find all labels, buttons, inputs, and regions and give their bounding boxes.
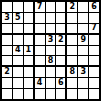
cell-r4c2-empty[interactable] — [13, 35, 23, 45]
cell-r6c9-empty[interactable] — [89, 56, 99, 66]
cell-r9c4-empty[interactable] — [35, 89, 45, 99]
cell-r5c7-empty[interactable] — [67, 46, 77, 56]
cell-r5c6-empty[interactable] — [56, 46, 66, 56]
cell-r8c7-empty[interactable] — [67, 78, 77, 88]
cell-r4c7-empty[interactable] — [67, 35, 77, 45]
cell-r3c5-empty[interactable] — [46, 24, 56, 34]
cell-r6c8-empty[interactable] — [78, 56, 88, 66]
cell-r8c1-empty[interactable] — [2, 78, 12, 88]
cell-r5c3-given: 1 — [24, 46, 34, 56]
cell-r2c3-empty[interactable] — [24, 13, 34, 23]
cell-r5c2-given: 4 — [13, 46, 23, 56]
cell-r7c9-empty[interactable] — [89, 67, 99, 77]
cell-r3c3-empty[interactable] — [24, 24, 34, 34]
cell-r2c7-empty[interactable] — [67, 13, 77, 23]
cell-r8c9-empty[interactable] — [89, 78, 99, 88]
cell-r9c7-empty[interactable] — [67, 89, 77, 99]
cell-r5c1-empty[interactable] — [2, 46, 12, 56]
cell-r1c8-empty[interactable] — [78, 2, 88, 12]
cell-r2c4-empty[interactable] — [35, 13, 45, 23]
cell-r2c6-empty[interactable] — [56, 13, 66, 23]
cell-r3c2-empty[interactable] — [13, 24, 23, 34]
cell-r7c1-given: 2 — [2, 67, 12, 77]
cell-r6c3-empty[interactable] — [24, 56, 34, 66]
cell-r6c1-empty[interactable] — [2, 56, 12, 66]
cell-r5c5-empty[interactable] — [46, 46, 56, 56]
cell-r5c4-empty[interactable] — [35, 46, 45, 56]
cell-r6c5-given: 8 — [46, 56, 56, 66]
cell-r6c4-empty[interactable] — [35, 56, 45, 66]
cell-r3c9-given: 7 — [89, 24, 99, 34]
cell-r5c8-empty[interactable] — [78, 46, 88, 56]
cell-r7c8-given: 3 — [78, 67, 88, 77]
cell-r4c4-empty[interactable] — [35, 35, 45, 45]
cell-r8c5-empty[interactable] — [46, 78, 56, 88]
cell-r4c3-empty[interactable] — [24, 35, 34, 45]
cell-r5c9-empty[interactable] — [89, 46, 99, 56]
cell-r7c3-empty[interactable] — [24, 67, 34, 77]
cell-r1c2-empty[interactable] — [13, 2, 23, 12]
cell-r3c4-empty[interactable] — [35, 24, 45, 34]
cell-r3c1-empty[interactable] — [2, 24, 12, 34]
cell-r1c6-empty[interactable] — [56, 2, 66, 12]
cell-r1c5-empty[interactable] — [46, 2, 56, 12]
cell-r1c7-given: 2 — [67, 2, 77, 12]
cell-r9c1-empty[interactable] — [2, 89, 12, 99]
sudoku-board: 72635732941828346 — [0, 0, 101, 101]
cell-r3c7-empty[interactable] — [67, 24, 77, 34]
cell-r4c8-given: 9 — [78, 35, 88, 45]
cell-r4c5-given: 3 — [46, 35, 56, 45]
cell-r2c2-given: 5 — [13, 13, 23, 23]
cell-r2c1-given: 3 — [2, 13, 12, 23]
cell-r7c4-empty[interactable] — [35, 67, 45, 77]
cell-r9c3-empty[interactable] — [24, 89, 34, 99]
cell-r4c1-empty[interactable] — [2, 35, 12, 45]
cell-r2c8-empty[interactable] — [78, 13, 88, 23]
cell-r3c8-empty[interactable] — [78, 24, 88, 34]
cell-r6c6-empty[interactable] — [56, 56, 66, 66]
cell-r8c3-empty[interactable] — [24, 78, 34, 88]
cell-r1c9-given: 6 — [89, 2, 99, 12]
cell-r6c7-empty[interactable] — [67, 56, 77, 66]
cell-r9c5-empty[interactable] — [46, 89, 56, 99]
cell-r3c6-empty[interactable] — [56, 24, 66, 34]
cell-r1c3-empty[interactable] — [24, 2, 34, 12]
cell-r9c6-empty[interactable] — [56, 89, 66, 99]
cell-r1c1-empty[interactable] — [2, 2, 12, 12]
cell-r9c2-empty[interactable] — [13, 89, 23, 99]
cell-r7c5-empty[interactable] — [46, 67, 56, 77]
cell-r9c9-empty[interactable] — [89, 89, 99, 99]
cell-r8c8-empty[interactable] — [78, 78, 88, 88]
cell-r6c2-empty[interactable] — [13, 56, 23, 66]
cell-r8c6-given: 6 — [56, 78, 66, 88]
cell-r7c6-empty[interactable] — [56, 67, 66, 77]
cell-r1c4-given: 7 — [35, 2, 45, 12]
cell-r4c9-empty[interactable] — [89, 35, 99, 45]
cell-r4c6-given: 2 — [56, 35, 66, 45]
cell-r2c9-empty[interactable] — [89, 13, 99, 23]
cell-r7c7-given: 8 — [67, 67, 77, 77]
cell-r8c2-empty[interactable] — [13, 78, 23, 88]
cell-r9c8-empty[interactable] — [78, 89, 88, 99]
cell-r2c5-empty[interactable] — [46, 13, 56, 23]
cell-r7c2-empty[interactable] — [13, 67, 23, 77]
cell-r8c4-given: 4 — [35, 78, 45, 88]
